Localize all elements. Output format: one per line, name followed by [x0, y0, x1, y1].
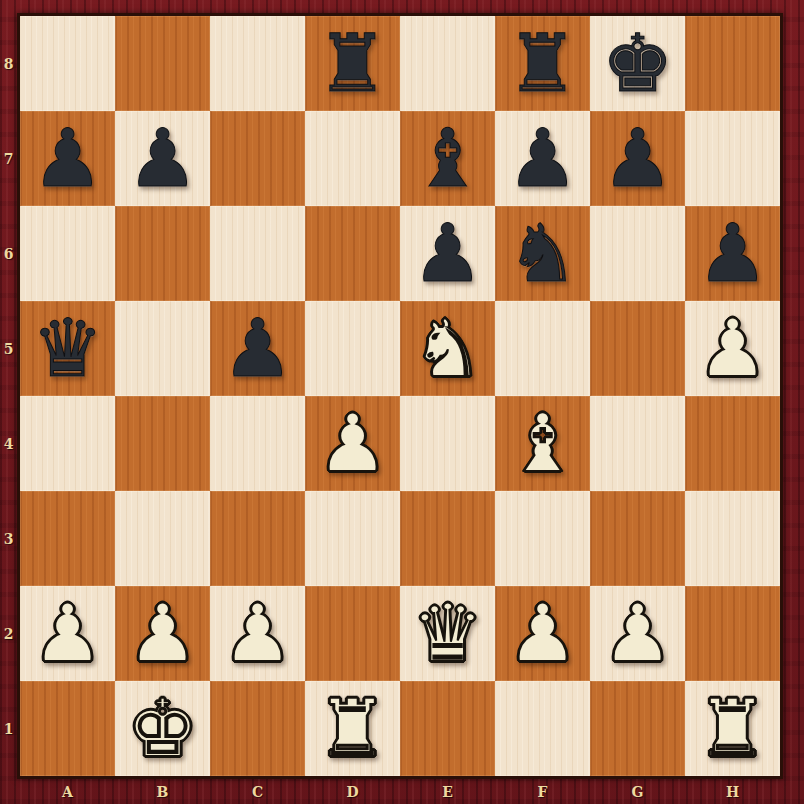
piece-white-pawn[interactable]: ♟ — [222, 586, 294, 681]
square-d1[interactable]: ♜ — [305, 681, 400, 776]
square-b7[interactable]: ♟ — [115, 111, 210, 206]
piece-black-rook[interactable]: ♜ — [507, 16, 579, 111]
square-g2[interactable]: ♟ — [590, 586, 685, 681]
file-label-c: C — [210, 779, 305, 804]
square-d8[interactable]: ♜ — [305, 16, 400, 111]
square-c4[interactable] — [210, 396, 305, 491]
square-b5[interactable] — [115, 301, 210, 396]
rank-label-5: 5 — [0, 301, 17, 396]
piece-black-pawn[interactable]: ♟ — [507, 111, 579, 206]
file-label-f: F — [495, 779, 590, 804]
square-e7[interactable]: ♝ — [400, 111, 495, 206]
rank-label-2: 2 — [0, 586, 17, 681]
square-e6[interactable]: ♟ — [400, 206, 495, 301]
square-f2[interactable]: ♟ — [495, 586, 590, 681]
piece-black-queen[interactable]: ♛ — [32, 301, 104, 396]
square-g8[interactable]: ♚ — [590, 16, 685, 111]
piece-black-king[interactable]: ♚ — [602, 16, 674, 111]
square-a4[interactable] — [20, 396, 115, 491]
square-g4[interactable] — [590, 396, 685, 491]
square-c8[interactable] — [210, 16, 305, 111]
square-c3[interactable] — [210, 491, 305, 586]
square-a7[interactable]: ♟ — [20, 111, 115, 206]
file-label-e: E — [400, 779, 495, 804]
rank-label-3: 3 — [0, 491, 17, 586]
piece-white-pawn[interactable]: ♟ — [127, 586, 199, 681]
square-h4[interactable] — [685, 396, 780, 491]
rank-label-7: 7 — [0, 111, 17, 206]
square-b3[interactable] — [115, 491, 210, 586]
square-g3[interactable] — [590, 491, 685, 586]
square-a6[interactable] — [20, 206, 115, 301]
file-label-b: B — [115, 779, 210, 804]
square-h8[interactable] — [685, 16, 780, 111]
square-e4[interactable] — [400, 396, 495, 491]
square-d7[interactable] — [305, 111, 400, 206]
piece-black-pawn[interactable]: ♟ — [412, 206, 484, 301]
rank-label-4: 4 — [0, 396, 17, 491]
file-label-a: A — [20, 779, 115, 804]
rank-label-6: 6 — [0, 206, 17, 301]
square-b1[interactable]: ♚ — [115, 681, 210, 776]
square-d2[interactable] — [305, 586, 400, 681]
rank-label-8: 8 — [0, 16, 17, 111]
square-c1[interactable] — [210, 681, 305, 776]
square-h2[interactable] — [685, 586, 780, 681]
piece-white-queen[interactable]: ♛ — [412, 586, 484, 681]
square-f4[interactable]: ♝ — [495, 396, 590, 491]
file-label-h: H — [685, 779, 780, 804]
rank-label-1: 1 — [0, 681, 17, 776]
square-a5[interactable]: ♛ — [20, 301, 115, 396]
piece-white-pawn[interactable]: ♟ — [32, 586, 104, 681]
square-d5[interactable] — [305, 301, 400, 396]
square-d3[interactable] — [305, 491, 400, 586]
square-d4[interactable]: ♟ — [305, 396, 400, 491]
square-e8[interactable] — [400, 16, 495, 111]
piece-black-bishop[interactable]: ♝ — [412, 111, 484, 206]
piece-white-king[interactable]: ♚ — [127, 681, 199, 776]
piece-white-bishop[interactable]: ♝ — [507, 396, 579, 491]
piece-black-pawn[interactable]: ♟ — [32, 111, 104, 206]
square-c5[interactable]: ♟ — [210, 301, 305, 396]
square-a1[interactable] — [20, 681, 115, 776]
piece-white-pawn[interactable]: ♟ — [697, 301, 769, 396]
square-h3[interactable] — [685, 491, 780, 586]
file-label-g: G — [590, 779, 685, 804]
piece-white-rook[interactable]: ♜ — [317, 681, 389, 776]
piece-black-pawn[interactable]: ♟ — [127, 111, 199, 206]
square-g6[interactable] — [590, 206, 685, 301]
square-a3[interactable] — [20, 491, 115, 586]
piece-white-pawn[interactable]: ♟ — [317, 396, 389, 491]
square-a2[interactable]: ♟ — [20, 586, 115, 681]
square-h5[interactable]: ♟ — [685, 301, 780, 396]
square-h1[interactable]: ♜ — [685, 681, 780, 776]
square-f3[interactable] — [495, 491, 590, 586]
square-f8[interactable]: ♜ — [495, 16, 590, 111]
piece-white-knight[interactable]: ♞ — [412, 301, 484, 396]
chess-board: ♜♜♚♟♟♝♟♟♟♞♟♛♟♞♟♟♝♟♟♟♛♟♟♚♜♜ — [17, 13, 783, 779]
square-b2[interactable]: ♟ — [115, 586, 210, 681]
square-d6[interactable] — [305, 206, 400, 301]
square-b6[interactable] — [115, 206, 210, 301]
square-c6[interactable] — [210, 206, 305, 301]
piece-black-pawn[interactable]: ♟ — [602, 111, 674, 206]
square-f1[interactable] — [495, 681, 590, 776]
square-c7[interactable] — [210, 111, 305, 206]
piece-white-pawn[interactable]: ♟ — [602, 586, 674, 681]
square-f6[interactable]: ♞ — [495, 206, 590, 301]
chess-board-frame: ♜♜♚♟♟♝♟♟♟♞♟♛♟♞♟♟♝♟♟♟♛♟♟♚♜♜ 87654321 ABCD… — [0, 0, 804, 804]
square-e3[interactable] — [400, 491, 495, 586]
square-e2[interactable]: ♛ — [400, 586, 495, 681]
piece-white-pawn[interactable]: ♟ — [507, 586, 579, 681]
square-f5[interactable] — [495, 301, 590, 396]
square-h6[interactable]: ♟ — [685, 206, 780, 301]
square-c2[interactable]: ♟ — [210, 586, 305, 681]
square-h7[interactable] — [685, 111, 780, 206]
square-g7[interactable]: ♟ — [590, 111, 685, 206]
square-a8[interactable] — [20, 16, 115, 111]
square-e5[interactable]: ♞ — [400, 301, 495, 396]
piece-black-knight[interactable]: ♞ — [507, 206, 579, 301]
square-e1[interactable] — [400, 681, 495, 776]
square-b8[interactable] — [115, 16, 210, 111]
square-b4[interactable] — [115, 396, 210, 491]
piece-black-pawn[interactable]: ♟ — [697, 206, 769, 301]
piece-white-rook[interactable]: ♜ — [697, 681, 769, 776]
piece-black-pawn[interactable]: ♟ — [222, 301, 294, 396]
square-g1[interactable] — [590, 681, 685, 776]
square-g5[interactable] — [590, 301, 685, 396]
piece-black-rook[interactable]: ♜ — [317, 16, 389, 111]
square-f7[interactable]: ♟ — [495, 111, 590, 206]
file-label-d: D — [305, 779, 400, 804]
